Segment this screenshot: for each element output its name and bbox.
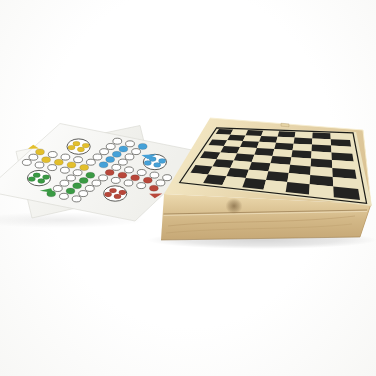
ludo-track-cell: [48, 165, 57, 171]
ludo-track-cell: [67, 175, 76, 181]
ludo-track-cell: [73, 170, 82, 176]
chess-square: [254, 148, 274, 156]
ludo-track-cell: [137, 170, 146, 176]
chess-square: [230, 130, 248, 136]
ludo-track-cell: [125, 154, 134, 160]
chess-square: [261, 131, 279, 137]
ludo-track-cell: [124, 180, 133, 186]
ludo-track-cell: [156, 180, 165, 186]
chess-square: [312, 133, 330, 140]
ludo-track-cell: [53, 186, 62, 192]
ludo-base-dot-red: [119, 190, 126, 195]
ludo-track-cell: [22, 159, 31, 165]
ludo-track-cell: [85, 185, 94, 191]
ludo-track-cell: [48, 152, 57, 158]
ludo-home-cell-red: [143, 177, 152, 183]
chess-square: [312, 145, 332, 153]
chess-square: [245, 130, 263, 136]
chess-square: [278, 131, 296, 137]
ludo-track-cell: [113, 138, 122, 144]
ludo-track-cell: [92, 180, 101, 186]
ludo-base-dot-green: [33, 173, 40, 178]
ludo-track-cell: [119, 159, 128, 165]
ludo-track-cell: [29, 154, 38, 160]
ludo-base-dot-red: [114, 194, 121, 199]
product-photo-stage: [0, 0, 376, 376]
chess-square: [259, 136, 277, 143]
chess-square: [312, 138, 331, 145]
ludo-home-cell-blue: [99, 162, 108, 168]
ludo-home-cell-red: [118, 172, 127, 178]
chess-square: [293, 144, 312, 152]
ludo-home-cell-yellow: [54, 159, 63, 165]
ludo-track-cell: [132, 149, 141, 155]
chess-square: [291, 150, 311, 158]
ludo-track-cell: [60, 193, 69, 199]
chess-square: [249, 162, 271, 171]
ludo-base-dot-red: [105, 192, 112, 197]
chess-square: [252, 155, 273, 164]
chess-square: [290, 157, 311, 166]
chess-square: [295, 132, 313, 138]
ludo-home-cell-green: [73, 183, 82, 189]
ludo-track-cell: [60, 180, 69, 186]
ludo-track-cell: [112, 164, 121, 170]
ludo-home-cell-green: [86, 172, 95, 178]
chess-square: [243, 135, 261, 141]
chess-square: [311, 151, 332, 160]
chess-square: [272, 149, 292, 157]
chess-square: [224, 140, 243, 147]
ludo-start-yellow: [36, 149, 45, 155]
chess-square: [220, 146, 240, 153]
ludo-home-cell-yellow: [80, 165, 89, 171]
ludo-base-dot-blue: [159, 159, 166, 164]
ludo-home-cell-blue: [119, 146, 128, 152]
ludo-start-blue: [138, 143, 147, 149]
finger-notch: [226, 198, 243, 214]
ludo-track-cell: [125, 167, 134, 173]
ludo-track-cell: [72, 196, 81, 202]
ludo-start-red: [150, 185, 159, 191]
chess-square: [271, 156, 292, 165]
chess-square: [227, 135, 245, 141]
ludo-track-cell: [150, 172, 159, 178]
chess-square: [331, 146, 352, 154]
chess-square: [274, 143, 293, 150]
scene-svg: [0, 0, 376, 376]
ludo-base-dot-yellow: [73, 141, 80, 146]
ludo-track-cell: [126, 141, 135, 147]
chess-square: [311, 159, 333, 169]
chess-square: [294, 138, 313, 145]
ludo-base-dot-green: [28, 177, 35, 182]
ludo-track-cell: [79, 191, 88, 197]
ludo-home-cell-green: [66, 188, 75, 194]
ludo-base-dot-blue: [144, 161, 151, 166]
ludo-base-dot-blue: [154, 163, 161, 168]
ludo-home-cell-blue: [112, 151, 121, 157]
chess-square: [257, 142, 276, 149]
ludo-track-cell: [163, 175, 172, 181]
ludo-track-cell: [137, 183, 146, 189]
ludo-track-cell: [61, 167, 70, 173]
ludo-track-cell: [35, 162, 44, 168]
chess-square: [331, 153, 353, 162]
ludo-track-cell: [99, 175, 108, 181]
ludo-track-cell: [106, 144, 115, 150]
chess-square: [240, 141, 259, 148]
ludo-track-cell: [100, 149, 109, 155]
ludo-home-cell-yellow: [42, 157, 51, 163]
chess-square: [237, 147, 257, 155]
ludo-home-cell-blue: [106, 157, 115, 163]
chess-square: [330, 133, 350, 140]
chess-square: [230, 161, 251, 170]
ludo-base-dot-yellow: [82, 143, 89, 148]
ludo-track-cell: [93, 154, 102, 160]
ludo-base-dot-yellow: [77, 147, 84, 152]
ludo-base-dot-green: [38, 179, 45, 184]
lid-back-notch: [281, 123, 289, 127]
ludo-track-cell: [74, 157, 83, 163]
chess-square: [331, 139, 351, 146]
ludo-home-cell-red: [105, 170, 114, 176]
ludo-base-dot-yellow: [68, 145, 75, 150]
ludo-home-cell-green: [79, 178, 88, 184]
chess-square: [234, 154, 255, 162]
chess-square: [276, 137, 295, 144]
ludo-track-cell: [61, 154, 70, 160]
ludo-home-cell-red: [131, 175, 140, 181]
ludo-track-cell: [111, 177, 120, 183]
ludo-home-cell-yellow: [67, 162, 76, 168]
ludo-track-cell: [87, 159, 96, 165]
ludo-base-dot-red: [109, 188, 116, 193]
